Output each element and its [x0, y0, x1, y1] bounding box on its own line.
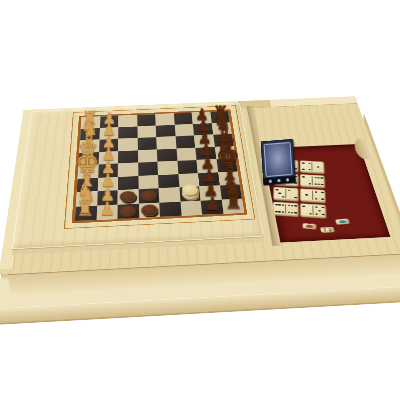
card-back-pattern	[264, 142, 293, 177]
playing-cards-deck	[260, 139, 296, 186]
black-pawn: ♟	[197, 195, 228, 213]
board-square: ♟	[201, 199, 224, 214]
games-compendium-box: ♜♟♟♜♞♟♟♞♝♟♟♝♛♟♟♛♚♟♟♚♝♟♟♝♞♟♟♞♜♟♟♜	[10, 103, 400, 275]
dark-draughts-disc	[140, 190, 156, 202]
product-photo-stage: ♜♟♟♜♞♟♟♞♝♟♟♝♛♟♟♛♚♟♟♚♝♟♟♝♞♟♟♞♜♟♟♜	[0, 0, 400, 400]
board-square	[157, 148, 177, 161]
lid-slide-notch	[239, 100, 271, 108]
board-square	[138, 202, 159, 218]
board-square: ♜	[75, 205, 97, 221]
scene: ♜♟♟♜♞♟♟♞♝♟♟♝♛♟♟♛♚♟♟♚♝♟♟♝♞♟♟♞♜♟♟♜	[0, 0, 400, 400]
dark-draughts-disc	[141, 204, 158, 216]
white-rook: ♜	[70, 198, 101, 219]
board-square	[157, 161, 178, 175]
board-square	[138, 188, 159, 203]
chessboard-lid: ♜♟♟♜♞♟♟♞♝♟♟♝♛♟♟♛♚♟♟♚♝♟♟♝♞♟♟♞♜♟♟♜	[12, 102, 264, 249]
board-square	[137, 125, 156, 138]
board-square	[156, 125, 175, 138]
chess-board: ♜♟♟♜♞♟♟♞♝♟♟♝♛♟♟♛♚♟♟♚♝♟♟♝♞♟♟♞♜♟♟♜	[72, 109, 248, 223]
board-square	[159, 201, 181, 217]
board-square	[137, 149, 157, 162]
board-square	[159, 187, 180, 202]
board-square	[138, 162, 158, 176]
